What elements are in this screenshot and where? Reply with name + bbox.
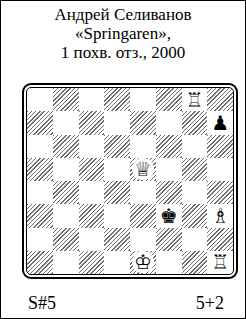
square-a8 [27, 88, 53, 111]
square-g7 [182, 111, 208, 134]
chessboard-frame: ♖♟♕♚♗♔♖ [22, 83, 238, 279]
square-h8 [207, 88, 233, 111]
square-d8 [104, 88, 130, 111]
square-a2 [27, 228, 53, 251]
white-queen-e5: ♕ [132, 158, 154, 180]
white-rook-h1: ♖ [211, 252, 229, 272]
square-h5 [207, 158, 233, 181]
square-h6 [207, 135, 233, 158]
square-d3 [104, 204, 130, 227]
square-b1 [53, 251, 79, 274]
square-g5 [182, 158, 208, 181]
square-g8: ♖ [182, 88, 208, 111]
square-e4 [130, 181, 156, 204]
square-b5 [53, 158, 79, 181]
square-e3 [130, 204, 156, 227]
square-e5: ♕ [130, 158, 156, 181]
white-king-e1: ♔ [132, 251, 154, 273]
square-f3: ♚ [156, 204, 182, 227]
square-d4 [104, 181, 130, 204]
square-c4 [79, 181, 105, 204]
square-a5 [27, 158, 53, 181]
white-rook-g8: ♖ [185, 90, 203, 110]
square-c8 [79, 88, 105, 111]
square-g6 [182, 135, 208, 158]
square-f2 [156, 228, 182, 251]
square-g3 [182, 204, 208, 227]
square-b6 [53, 135, 79, 158]
square-h2 [207, 228, 233, 251]
problem-diagram-page: Андрей Селиванов «Springaren», 1 похв. о… [0, 0, 246, 319]
square-h7: ♟ [207, 111, 233, 134]
square-f6 [156, 135, 182, 158]
square-g4 [182, 181, 208, 204]
square-b7 [53, 111, 79, 134]
black-king-f3: ♚ [160, 206, 178, 226]
diagram-caption: S#5 5+2 [1, 292, 245, 314]
square-e8 [130, 88, 156, 111]
square-e1: ♔ [130, 251, 156, 274]
source-line: «Springaren», [1, 24, 245, 43]
square-b4 [53, 181, 79, 204]
square-c3 [79, 204, 105, 227]
square-c6 [79, 135, 105, 158]
square-f7 [156, 111, 182, 134]
square-a6 [27, 135, 53, 158]
square-g2 [182, 228, 208, 251]
square-c7 [79, 111, 105, 134]
square-d7 [104, 111, 130, 134]
square-b8 [53, 88, 79, 111]
square-e7 [130, 111, 156, 134]
square-g1 [182, 251, 208, 274]
square-e6 [130, 135, 156, 158]
square-c5 [79, 158, 105, 181]
square-a1 [27, 251, 53, 274]
square-b2 [53, 228, 79, 251]
square-d1 [104, 251, 130, 274]
square-h1: ♖ [207, 251, 233, 274]
author-line: Андрей Селиванов [1, 5, 245, 24]
square-f1 [156, 251, 182, 274]
square-c2 [79, 228, 105, 251]
white-bishop-h3: ♗ [211, 206, 229, 226]
piece-count-label: 5+2 [196, 292, 224, 314]
square-a4 [27, 181, 53, 204]
square-d2 [104, 228, 130, 251]
chessboard: ♖♟♕♚♗♔♖ [26, 87, 234, 275]
square-a7 [27, 111, 53, 134]
square-d5 [104, 158, 130, 181]
diagram-header: Андрей Селиванов «Springaren», 1 похв. о… [1, 5, 245, 62]
square-d6 [104, 135, 130, 158]
square-h3: ♗ [207, 204, 233, 227]
square-f5 [156, 158, 182, 181]
square-f4 [156, 181, 182, 204]
square-a3 [27, 204, 53, 227]
square-b3 [53, 204, 79, 227]
award-line: 1 похв. отз., 2000 [1, 43, 245, 62]
square-c1 [79, 251, 105, 274]
square-h4 [207, 181, 233, 204]
square-f8 [156, 88, 182, 111]
stipulation-label: S#5 [28, 292, 56, 314]
black-pawn-h7: ♟ [211, 113, 229, 133]
square-e2 [130, 228, 156, 251]
